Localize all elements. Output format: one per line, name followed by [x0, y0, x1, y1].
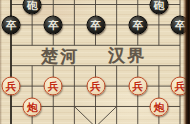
red-soldier-4[interactable]: 兵 — [128, 77, 147, 96]
river-label-han-jie: 汉界 — [108, 44, 146, 67]
black-soldier-2[interactable]: 卒 — [44, 15, 63, 34]
red-cannon-right[interactable]: 炮 — [149, 97, 168, 116]
red-soldier-2[interactable]: 兵 — [44, 77, 63, 96]
red-soldier-3[interactable]: 兵 — [86, 77, 105, 96]
red-soldier-1[interactable]: 兵 — [2, 77, 21, 96]
black-soldier-3[interactable]: 卒 — [86, 15, 105, 34]
black-soldier-4[interactable]: 卒 — [128, 15, 147, 34]
board-left-shade — [0, 0, 2, 124]
board-edge-shadow — [183, 0, 190, 124]
black-soldier-1[interactable]: 卒 — [2, 15, 21, 34]
xiangqi-board[interactable]: 楚河 汉界 砲砲卒卒卒卒卒兵兵兵兵兵炮炮 — [0, 0, 190, 124]
red-cannon-left[interactable]: 炮 — [23, 97, 42, 116]
river-label-chu-he: 楚河 — [41, 45, 79, 68]
